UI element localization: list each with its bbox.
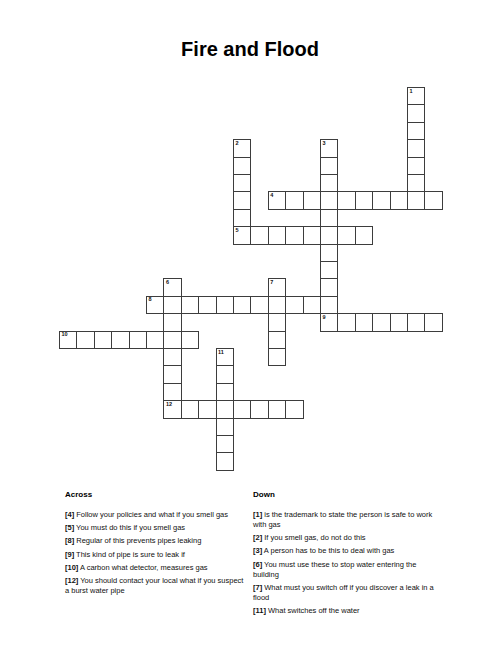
clue-item: [2] If you smell gas, do not do this [253,533,439,543]
grid-cell[interactable] [320,174,338,192]
grid-cell[interactable] [355,191,373,209]
page: { "title": "Fire and Flood", "game": "cr… [0,0,500,647]
grid-cell[interactable] [216,452,234,470]
clue-number: [3] [253,546,262,555]
clue-number: [5] [65,523,74,532]
grid-cell[interactable] [285,191,303,209]
grid-cell[interactable]: 12 [163,400,181,418]
grid-cell[interactable] [216,383,234,401]
grid-cell[interactable] [198,400,216,418]
grid-cell[interactable]: 1 [407,87,425,105]
grid-cell[interactable] [303,191,321,209]
grid-cell[interactable]: 9 [320,313,338,331]
grid-cell[interactable] [320,278,338,296]
grid-cell[interactable] [407,157,425,175]
clue-item: [1] is the trademark to state the person… [253,510,439,530]
cell-number: 11 [218,350,224,356]
grid-cell[interactable] [198,296,216,314]
grid-cell[interactable]: 5 [233,226,251,244]
grid-cell[interactable] [320,191,338,209]
grid-cell[interactable] [285,296,303,314]
grid-cell[interactable] [216,435,234,453]
grid-cell[interactable] [163,365,181,383]
grid-cell[interactable] [181,400,199,418]
cell-number: 8 [149,297,152,303]
grid-cell[interactable] [285,400,303,418]
clue-item: [12] You should contact your local what … [65,576,248,596]
grid-cell[interactable] [250,296,268,314]
grid-cell[interactable] [163,348,181,366]
cell-number: 3 [323,141,326,147]
grid-cell[interactable] [407,313,425,331]
grid-cell[interactable] [303,296,321,314]
grid-cell[interactable] [268,348,286,366]
grid-cell[interactable] [268,296,286,314]
grid-cell[interactable] [163,331,181,349]
grid-cell[interactable]: 7 [268,278,286,296]
clue-number: [10] [65,563,78,572]
grid-cell[interactable] [233,400,251,418]
grid-cell[interactable] [320,244,338,262]
grid-cell[interactable] [355,313,373,331]
grid-cell[interactable] [303,226,321,244]
grid-cell[interactable] [337,313,355,331]
clue-number: [4] [65,510,74,519]
cell-number: 1 [410,89,413,95]
grid-cell[interactable] [407,191,425,209]
clue-number: [6] [253,560,262,569]
grid-cell[interactable]: 10 [59,331,77,349]
grid-cell[interactable] [407,122,425,140]
grid-cell[interactable] [216,418,234,436]
grid-cell[interactable] [424,313,442,331]
grid-cell[interactable] [233,191,251,209]
clue-number: [8] [65,536,74,545]
grid-cell[interactable]: 6 [163,278,181,296]
grid-cell[interactable] [268,226,286,244]
grid-cell[interactable]: 4 [268,191,286,209]
clue-number: [9] [65,550,74,559]
grid-cell[interactable]: 2 [233,139,251,157]
grid-cell[interactable] [424,191,442,209]
grid-cell[interactable] [407,104,425,122]
cell-number: 7 [270,280,273,286]
grid-cell[interactable] [372,191,390,209]
across-clues-column: Across [4] Follow your policies and what… [65,490,248,599]
cell-number: 5 [236,228,239,234]
cell-number: 12 [166,402,172,408]
clue-item: [11] What switches off the water [253,606,439,616]
grid-cell[interactable] [216,400,234,418]
grid-cell[interactable] [407,139,425,157]
clue-item: [7] What must you switch off if you disc… [253,583,439,603]
clue-number: [1] [253,510,262,519]
grid-cell[interactable] [320,209,338,227]
grid-cell[interactable] [181,296,199,314]
cell-number: 10 [62,332,68,338]
clue-number: [2] [253,533,262,542]
grid-cell[interactable] [390,191,408,209]
clue-item: [6] You must use these to stop water ent… [253,560,439,580]
clue-item: [10] A carbon what detector, measures ga… [65,563,248,573]
clue-item: [8] Regular of this prevents pipes leaki… [65,536,248,546]
down-clues-column: Down [1] is the trademark to state the p… [253,490,439,619]
grid-cell[interactable] [181,331,199,349]
grid-cell[interactable] [372,313,390,331]
across-clue-list: [4] Follow your policies and what if you… [65,510,248,596]
grid-cell[interactable] [320,157,338,175]
grid-cell[interactable] [129,331,147,349]
puzzle-title: Fire and Flood [0,38,500,61]
grid-cell[interactable] [163,296,181,314]
cell-number: 2 [236,141,239,147]
grid-cell[interactable] [233,157,251,175]
cell-number: 6 [166,280,169,286]
grid-cell[interactable] [216,296,234,314]
grid-cell[interactable] [163,313,181,331]
clue-item: [5] You must do this if you smell gas [65,523,248,533]
grid-cell[interactable] [337,191,355,209]
down-clue-list: [1] is the trademark to state the person… [253,510,439,616]
grid-cell[interactable] [146,331,164,349]
cell-number: 4 [270,193,273,199]
grid-cell[interactable] [233,174,251,192]
grid-cell[interactable] [76,331,94,349]
grid-cell[interactable] [390,313,408,331]
grid-cell[interactable] [94,331,112,349]
grid-cell[interactable] [268,313,286,331]
grid-cell[interactable] [407,174,425,192]
grid-cell[interactable] [250,226,268,244]
grid-cell[interactable] [233,209,251,227]
grid-cell[interactable] [355,226,373,244]
grid-cell[interactable]: 8 [146,296,164,314]
grid-cell[interactable] [320,226,338,244]
clue-number: [11] [253,606,266,615]
grid-cell[interactable] [268,400,286,418]
grid-cell[interactable] [320,296,338,314]
grid-cell[interactable] [163,383,181,401]
grid-cell[interactable] [320,261,338,279]
cell-number: 9 [323,315,326,321]
across-heading: Across [65,490,248,499]
down-heading: Down [253,490,439,499]
clue-number: [12] [65,576,78,585]
grid-cell[interactable] [216,365,234,383]
clue-number: [7] [253,583,262,592]
grid-cell[interactable] [285,226,303,244]
grid-cell[interactable] [250,400,268,418]
grid-cell[interactable] [337,226,355,244]
grid-cell[interactable] [268,331,286,349]
clue-item: [4] Follow your policies and what if you… [65,510,248,520]
grid-cell[interactable] [111,331,129,349]
clue-item: [3] A person has to be this to deal with… [253,546,439,556]
grid-cell[interactable]: 11 [216,348,234,366]
grid-cell[interactable]: 3 [320,139,338,157]
grid-cell[interactable] [233,296,251,314]
clue-item: [9] This kind of pipe is sure to leak if [65,550,248,560]
